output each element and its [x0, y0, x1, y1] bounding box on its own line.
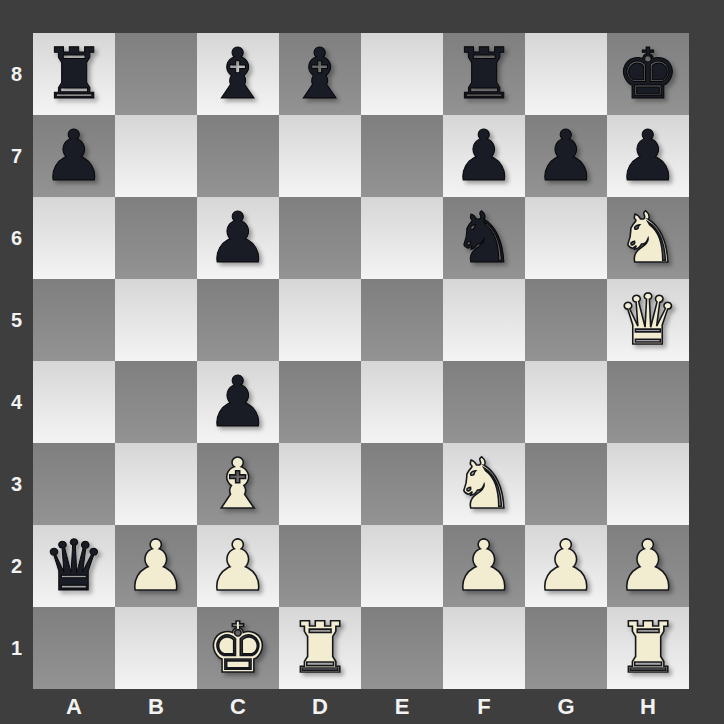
file-label-b: B: [115, 689, 197, 724]
square-b3[interactable]: [115, 443, 197, 525]
square-e3[interactable]: [361, 443, 443, 525]
piece-black-rook[interactable]: ♜: [43, 33, 106, 115]
square-a4[interactable]: [33, 361, 115, 443]
piece-black-pawn[interactable]: ♟: [207, 197, 270, 279]
square-h8[interactable]: ♚: [607, 33, 689, 115]
square-g7[interactable]: ♟: [525, 115, 607, 197]
square-b4[interactable]: [115, 361, 197, 443]
piece-white-queen[interactable]: ♛: [617, 279, 680, 361]
square-d7[interactable]: [279, 115, 361, 197]
square-h7[interactable]: ♟: [607, 115, 689, 197]
square-g1[interactable]: [525, 607, 607, 689]
piece-white-knight[interactable]: ♞: [617, 197, 680, 279]
rank-label-4: 4: [0, 361, 33, 443]
piece-white-rook[interactable]: ♜: [289, 607, 352, 689]
rank-label-7: 7: [0, 115, 33, 197]
piece-white-pawn[interactable]: ♟: [125, 525, 188, 607]
piece-black-knight[interactable]: ♞: [453, 197, 516, 279]
square-d1[interactable]: ♜: [279, 607, 361, 689]
square-b7[interactable]: [115, 115, 197, 197]
square-e8[interactable]: [361, 33, 443, 115]
rank-label-2: 2: [0, 525, 33, 607]
square-e4[interactable]: [361, 361, 443, 443]
square-c6[interactable]: ♟: [197, 197, 279, 279]
piece-black-pawn[interactable]: ♟: [207, 361, 270, 443]
rank-label-8: 8: [0, 33, 33, 115]
square-d6[interactable]: [279, 197, 361, 279]
chess-board-diagram: 87654321 ♜♝♝♜♚♟♟♟♟♟♞♞♛♟♝♞♛♟♟♟♟♟♚♜♜ ABCDE…: [0, 0, 724, 724]
rank-label-3: 3: [0, 443, 33, 525]
square-f4[interactable]: [443, 361, 525, 443]
square-g5[interactable]: [525, 279, 607, 361]
square-b1[interactable]: [115, 607, 197, 689]
piece-white-knight[interactable]: ♞: [453, 443, 516, 525]
square-g3[interactable]: [525, 443, 607, 525]
square-e1[interactable]: [361, 607, 443, 689]
piece-black-pawn[interactable]: ♟: [617, 115, 680, 197]
square-c1[interactable]: ♚: [197, 607, 279, 689]
piece-white-bishop[interactable]: ♝: [207, 443, 270, 525]
piece-black-pawn[interactable]: ♟: [43, 115, 106, 197]
square-h1[interactable]: ♜: [607, 607, 689, 689]
square-c2[interactable]: ♟: [197, 525, 279, 607]
square-f3[interactable]: ♞: [443, 443, 525, 525]
square-h3[interactable]: [607, 443, 689, 525]
file-label-a: A: [33, 689, 115, 724]
piece-white-pawn[interactable]: ♟: [207, 525, 270, 607]
square-g4[interactable]: [525, 361, 607, 443]
square-h6[interactable]: ♞: [607, 197, 689, 279]
file-label-g: G: [525, 689, 607, 724]
square-h2[interactable]: ♟: [607, 525, 689, 607]
square-a1[interactable]: [33, 607, 115, 689]
piece-black-rook[interactable]: ♜: [453, 33, 516, 115]
square-a2[interactable]: ♛: [33, 525, 115, 607]
piece-black-king[interactable]: ♚: [617, 33, 680, 115]
piece-white-pawn[interactable]: ♟: [535, 525, 598, 607]
piece-white-rook[interactable]: ♜: [617, 607, 680, 689]
piece-black-queen[interactable]: ♛: [43, 525, 106, 607]
square-a7[interactable]: ♟: [33, 115, 115, 197]
square-c7[interactable]: [197, 115, 279, 197]
square-b5[interactable]: [115, 279, 197, 361]
piece-black-bishop[interactable]: ♝: [207, 33, 270, 115]
square-b6[interactable]: [115, 197, 197, 279]
file-label-d: D: [279, 689, 361, 724]
square-f1[interactable]: [443, 607, 525, 689]
square-a8[interactable]: ♜: [33, 33, 115, 115]
square-a6[interactable]: [33, 197, 115, 279]
square-a5[interactable]: [33, 279, 115, 361]
square-a3[interactable]: [33, 443, 115, 525]
square-h5[interactable]: ♛: [607, 279, 689, 361]
square-h4[interactable]: [607, 361, 689, 443]
square-d3[interactable]: [279, 443, 361, 525]
square-d5[interactable]: [279, 279, 361, 361]
piece-white-king[interactable]: ♚: [207, 607, 270, 689]
file-labels: ABCDEFGH: [33, 689, 689, 724]
square-f5[interactable]: [443, 279, 525, 361]
square-e2[interactable]: [361, 525, 443, 607]
square-c4[interactable]: ♟: [197, 361, 279, 443]
piece-white-pawn[interactable]: ♟: [617, 525, 680, 607]
rank-label-5: 5: [0, 279, 33, 361]
file-label-h: H: [607, 689, 689, 724]
square-e7[interactable]: [361, 115, 443, 197]
square-f6[interactable]: ♞: [443, 197, 525, 279]
square-c3[interactable]: ♝: [197, 443, 279, 525]
square-d2[interactable]: [279, 525, 361, 607]
rank-label-6: 6: [0, 197, 33, 279]
square-f8[interactable]: ♜: [443, 33, 525, 115]
square-c5[interactable]: [197, 279, 279, 361]
square-b8[interactable]: [115, 33, 197, 115]
square-e5[interactable]: [361, 279, 443, 361]
square-f2[interactable]: ♟: [443, 525, 525, 607]
piece-black-bishop[interactable]: ♝: [289, 33, 352, 115]
square-d8[interactable]: ♝: [279, 33, 361, 115]
square-g2[interactable]: ♟: [525, 525, 607, 607]
square-e6[interactable]: [361, 197, 443, 279]
chess-board[interactable]: ♜♝♝♜♚♟♟♟♟♟♞♞♛♟♝♞♛♟♟♟♟♟♚♜♜: [33, 33, 689, 689]
square-d4[interactable]: [279, 361, 361, 443]
square-b2[interactable]: ♟: [115, 525, 197, 607]
square-f7[interactable]: ♟: [443, 115, 525, 197]
file-label-f: F: [443, 689, 525, 724]
square-c8[interactable]: ♝: [197, 33, 279, 115]
rank-label-1: 1: [0, 607, 33, 689]
file-label-e: E: [361, 689, 443, 724]
square-g8[interactable]: [525, 33, 607, 115]
rank-labels: 87654321: [0, 33, 33, 689]
file-label-c: C: [197, 689, 279, 724]
piece-black-pawn[interactable]: ♟: [535, 115, 598, 197]
piece-white-pawn[interactable]: ♟: [453, 525, 516, 607]
piece-black-pawn[interactable]: ♟: [453, 115, 516, 197]
square-g6[interactable]: [525, 197, 607, 279]
